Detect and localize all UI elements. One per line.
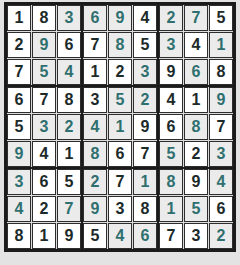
- cell-r2c3[interactable]: 6: [57, 32, 81, 58]
- cell-r3c3[interactable]: 4: [57, 59, 81, 85]
- cell-r8c7[interactable]: 1: [159, 196, 183, 222]
- cell-r6c6[interactable]: 7: [133, 141, 157, 167]
- cell-r7c2[interactable]: 6: [32, 169, 56, 195]
- cell-r9c5[interactable]: 4: [108, 223, 132, 249]
- cell-r5c5[interactable]: 1: [108, 114, 132, 140]
- box-9: 894156732: [159, 169, 233, 249]
- cell-r9c3[interactable]: 9: [57, 223, 81, 249]
- cell-r5c7[interactable]: 6: [159, 114, 183, 140]
- cell-r4c1[interactable]: 6: [7, 87, 31, 113]
- cell-r3c5[interactable]: 2: [108, 59, 132, 85]
- cell-r7c9[interactable]: 4: [209, 169, 233, 195]
- cell-r8c4[interactable]: 9: [83, 196, 107, 222]
- cell-r1c2[interactable]: 8: [32, 5, 56, 31]
- cell-r9c6[interactable]: 6: [133, 223, 157, 249]
- cell-r8c9[interactable]: 6: [209, 196, 233, 222]
- cell-r2c4[interactable]: 7: [83, 32, 107, 58]
- cell-r9c2[interactable]: 1: [32, 223, 56, 249]
- cell-r8c8[interactable]: 5: [184, 196, 208, 222]
- cell-r3c2[interactable]: 5: [32, 59, 56, 85]
- cell-r9c4[interactable]: 5: [83, 223, 107, 249]
- cell-r5c1[interactable]: 5: [7, 114, 31, 140]
- cell-r3c1[interactable]: 7: [7, 59, 31, 85]
- cell-r2c7[interactable]: 3: [159, 32, 183, 58]
- cell-r3c7[interactable]: 9: [159, 59, 183, 85]
- cell-r2c5[interactable]: 8: [108, 32, 132, 58]
- cell-r3c8[interactable]: 6: [184, 59, 208, 85]
- cell-r4c4[interactable]: 3: [83, 87, 107, 113]
- cell-r4c9[interactable]: 9: [209, 87, 233, 113]
- cell-r7c3[interactable]: 5: [57, 169, 81, 195]
- cell-r3c4[interactable]: 1: [83, 59, 107, 85]
- cell-r7c1[interactable]: 3: [7, 169, 31, 195]
- cell-r5c2[interactable]: 3: [32, 114, 56, 140]
- box-2: 694785123: [83, 5, 157, 85]
- cell-r9c8[interactable]: 3: [184, 223, 208, 249]
- box-8: 271938546: [83, 169, 157, 249]
- cell-r7c8[interactable]: 9: [184, 169, 208, 195]
- box-1: 183296754: [7, 5, 81, 85]
- cell-r6c3[interactable]: 1: [57, 141, 81, 167]
- cell-r8c2[interactable]: 2: [32, 196, 56, 222]
- cell-r1c6[interactable]: 4: [133, 5, 157, 31]
- cell-r1c1[interactable]: 1: [7, 5, 31, 31]
- box-4: 678532941: [7, 87, 81, 167]
- cell-r6c7[interactable]: 5: [159, 141, 183, 167]
- cell-r2c9[interactable]: 1: [209, 32, 233, 58]
- cell-r1c5[interactable]: 9: [108, 5, 132, 31]
- cell-r3c6[interactable]: 3: [133, 59, 157, 85]
- cell-r6c5[interactable]: 6: [108, 141, 132, 167]
- cell-r5c9[interactable]: 7: [209, 114, 233, 140]
- cell-r6c1[interactable]: 9: [7, 141, 31, 167]
- cell-r4c5[interactable]: 5: [108, 87, 132, 113]
- sudoku-board: 1832967546947851232753419686785329413524…: [4, 2, 236, 252]
- cell-r5c4[interactable]: 4: [83, 114, 107, 140]
- cell-r5c3[interactable]: 2: [57, 114, 81, 140]
- cell-r1c9[interactable]: 5: [209, 5, 233, 31]
- cell-r7c6[interactable]: 1: [133, 169, 157, 195]
- box-7: 365427819: [7, 169, 81, 249]
- cell-r7c7[interactable]: 8: [159, 169, 183, 195]
- cell-r7c5[interactable]: 7: [108, 169, 132, 195]
- cell-r8c3[interactable]: 7: [57, 196, 81, 222]
- cell-r8c1[interactable]: 4: [7, 196, 31, 222]
- cell-r4c7[interactable]: 4: [159, 87, 183, 113]
- cell-r1c3[interactable]: 3: [57, 5, 81, 31]
- cell-r1c8[interactable]: 7: [184, 5, 208, 31]
- cell-r3c9[interactable]: 8: [209, 59, 233, 85]
- cell-r9c1[interactable]: 8: [7, 223, 31, 249]
- cell-r4c6[interactable]: 2: [133, 87, 157, 113]
- cell-r4c3[interactable]: 8: [57, 87, 81, 113]
- box-3: 275341968: [159, 5, 233, 85]
- cell-r9c7[interactable]: 7: [159, 223, 183, 249]
- cell-r2c1[interactable]: 2: [7, 32, 31, 58]
- cell-r7c4[interactable]: 2: [83, 169, 107, 195]
- cell-r4c2[interactable]: 7: [32, 87, 56, 113]
- cell-r2c2[interactable]: 9: [32, 32, 56, 58]
- cell-r6c2[interactable]: 4: [32, 141, 56, 167]
- cell-r2c8[interactable]: 4: [184, 32, 208, 58]
- cell-r1c4[interactable]: 6: [83, 5, 107, 31]
- cell-r8c5[interactable]: 3: [108, 196, 132, 222]
- cell-r4c8[interactable]: 1: [184, 87, 208, 113]
- cell-r6c9[interactable]: 3: [209, 141, 233, 167]
- cell-r6c8[interactable]: 2: [184, 141, 208, 167]
- cell-r1c7[interactable]: 2: [159, 5, 183, 31]
- box-6: 419687523: [159, 87, 233, 167]
- cell-r9c9[interactable]: 2: [209, 223, 233, 249]
- cell-r8c6[interactable]: 8: [133, 196, 157, 222]
- cell-r2c6[interactable]: 5: [133, 32, 157, 58]
- cell-r5c8[interactable]: 8: [184, 114, 208, 140]
- box-5: 352419867: [83, 87, 157, 167]
- cell-r5c6[interactable]: 9: [133, 114, 157, 140]
- cell-r6c4[interactable]: 8: [83, 141, 107, 167]
